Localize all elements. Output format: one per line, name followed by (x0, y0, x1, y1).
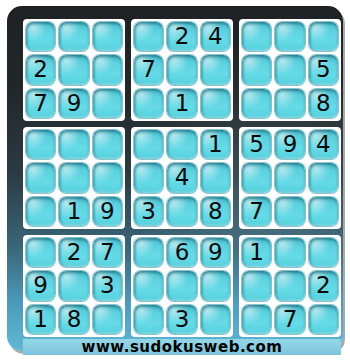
cell-r2c8[interactable] (275, 55, 304, 84)
cell-r8c1[interactable]: 9 (26, 271, 55, 300)
cell-r8c3[interactable]: 3 (93, 271, 122, 300)
cell-r1c5[interactable]: 2 (167, 22, 196, 51)
cell-r8c9[interactable]: 2 (309, 271, 338, 300)
cell-r9c9[interactable] (309, 305, 338, 334)
cell-r9c6[interactable] (201, 305, 230, 334)
cell-r7c2[interactable]: 2 (59, 238, 88, 267)
cell-r7c6[interactable]: 9 (201, 238, 230, 267)
sudoku-box-6: 5947 (239, 127, 341, 229)
cell-r9c4[interactable] (134, 305, 163, 334)
cell-r7c1[interactable] (26, 238, 55, 267)
cell-r2c5[interactable] (167, 55, 196, 84)
cell-r3c7[interactable] (242, 89, 271, 118)
cell-r6c5[interactable] (167, 197, 196, 226)
cell-r6c1[interactable] (26, 197, 55, 226)
cell-r3c3[interactable] (93, 89, 122, 118)
cell-r4c4[interactable] (134, 130, 163, 159)
cell-r6c4[interactable]: 3 (134, 197, 163, 226)
sudoku-box-2: 2471 (131, 19, 233, 121)
cell-r3c8[interactable] (275, 89, 304, 118)
cell-r8c6[interactable] (201, 271, 230, 300)
cell-r3c1[interactable]: 7 (26, 89, 55, 118)
cell-r9c1[interactable]: 1 (26, 305, 55, 334)
cell-r9c5[interactable]: 3 (167, 305, 196, 334)
cell-r6c7[interactable]: 7 (242, 197, 271, 226)
cell-r4c6[interactable]: 1 (201, 130, 230, 159)
cell-r1c3[interactable] (93, 22, 122, 51)
sudoku-box-8: 693 (131, 235, 233, 337)
cell-r1c1[interactable] (26, 22, 55, 51)
cell-r1c9[interactable] (309, 22, 338, 51)
cell-r5c1[interactable] (26, 163, 55, 192)
cell-r9c3[interactable] (93, 305, 122, 334)
cell-r5c4[interactable] (134, 163, 163, 192)
cell-r7c7[interactable]: 1 (242, 238, 271, 267)
cell-r1c2[interactable] (59, 22, 88, 51)
cell-r5c7[interactable] (242, 163, 271, 192)
cell-r1c4[interactable] (134, 22, 163, 51)
cell-r2c2[interactable] (59, 55, 88, 84)
cell-r3c5[interactable]: 1 (167, 89, 196, 118)
cell-r7c3[interactable]: 7 (93, 238, 122, 267)
cell-r9c7[interactable] (242, 305, 271, 334)
sudoku-box-5: 1438 (131, 127, 233, 229)
cell-r2c4[interactable]: 7 (134, 55, 163, 84)
cell-r8c2[interactable] (59, 271, 88, 300)
cell-r8c7[interactable] (242, 271, 271, 300)
sudoku-box-9: 127 (239, 235, 341, 337)
cell-r4c3[interactable] (93, 130, 122, 159)
cell-r1c7[interactable] (242, 22, 271, 51)
cell-r6c9[interactable] (309, 197, 338, 226)
cell-r2c6[interactable] (201, 55, 230, 84)
cell-r7c9[interactable] (309, 238, 338, 267)
cell-r6c6[interactable]: 8 (201, 197, 230, 226)
sudoku-box-7: 279318 (23, 235, 125, 337)
cell-r3c6[interactable] (201, 89, 230, 118)
cell-r5c5[interactable]: 4 (167, 163, 196, 192)
cell-r4c7[interactable]: 5 (242, 130, 271, 159)
cell-r1c8[interactable] (275, 22, 304, 51)
cell-r5c9[interactable] (309, 163, 338, 192)
cell-r9c2[interactable]: 8 (59, 305, 88, 334)
cell-r7c8[interactable] (275, 238, 304, 267)
cell-r3c2[interactable]: 9 (59, 89, 88, 118)
cell-r6c3[interactable]: 9 (93, 197, 122, 226)
cell-r2c7[interactable] (242, 55, 271, 84)
cell-r2c1[interactable]: 2 (26, 55, 55, 84)
cell-r8c4[interactable] (134, 271, 163, 300)
cell-r3c4[interactable] (134, 89, 163, 118)
cell-r5c3[interactable] (93, 163, 122, 192)
sudoku-board: 2792471581914385947279318693127 (23, 19, 341, 337)
sudoku-box-1: 279 (23, 19, 125, 121)
cell-r4c1[interactable] (26, 130, 55, 159)
cell-r1c6[interactable]: 4 (201, 22, 230, 51)
cell-r3c9[interactable]: 8 (309, 89, 338, 118)
board-frame: 2792471581914385947279318693127 www.sudo… (7, 6, 343, 351)
cell-r8c8[interactable] (275, 271, 304, 300)
footer-strip: www.sudokusweb.com (23, 339, 341, 355)
cell-r5c6[interactable] (201, 163, 230, 192)
sudoku-box-4: 19 (23, 127, 125, 229)
cell-r8c5[interactable] (167, 271, 196, 300)
cell-r7c4[interactable] (134, 238, 163, 267)
cell-r4c2[interactable] (59, 130, 88, 159)
cell-r4c9[interactable]: 4 (309, 130, 338, 159)
cell-r4c5[interactable] (167, 130, 196, 159)
cell-r5c2[interactable] (59, 163, 88, 192)
footer-url[interactable]: www.sudokusweb.com (82, 338, 283, 356)
cell-r6c2[interactable]: 1 (59, 197, 88, 226)
sudoku-box-3: 58 (239, 19, 341, 121)
cell-r6c8[interactable] (275, 197, 304, 226)
cell-r9c8[interactable]: 7 (275, 305, 304, 334)
cell-r7c5[interactable]: 6 (167, 238, 196, 267)
cell-r2c3[interactable] (93, 55, 122, 84)
cell-r5c8[interactable] (275, 163, 304, 192)
cell-r4c8[interactable]: 9 (275, 130, 304, 159)
cell-r2c9[interactable]: 5 (309, 55, 338, 84)
